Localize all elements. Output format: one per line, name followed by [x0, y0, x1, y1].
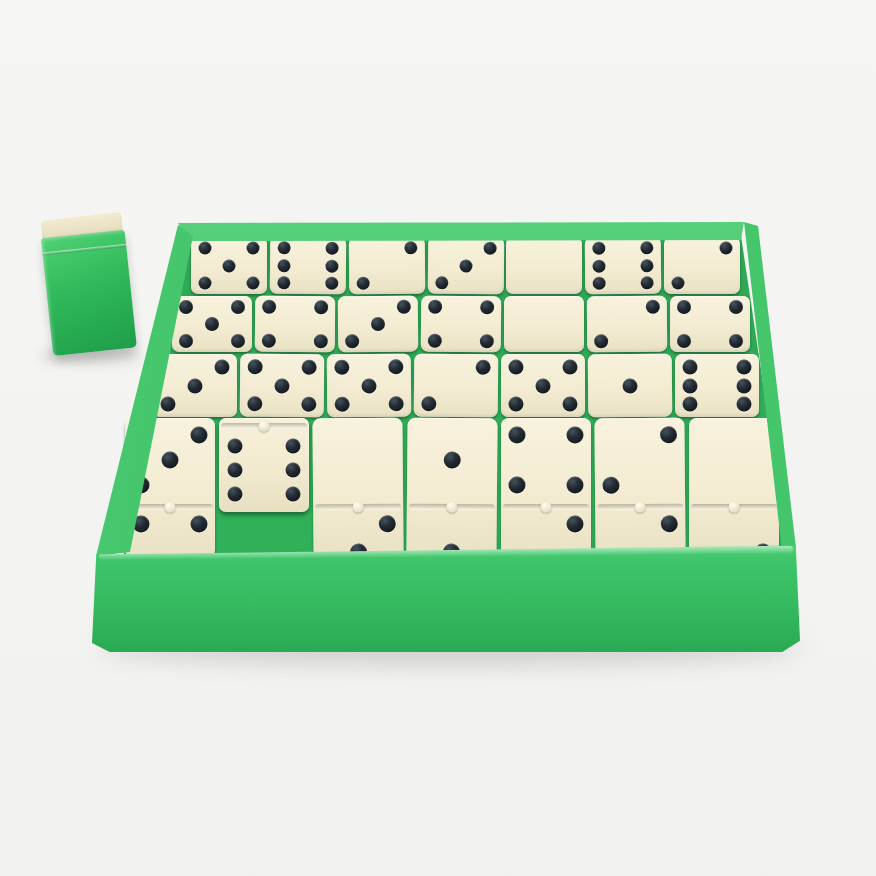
domino-half-face	[338, 296, 418, 353]
pip	[274, 378, 289, 393]
pip	[371, 317, 385, 331]
domino-half-face	[255, 296, 335, 353]
pip	[277, 259, 290, 272]
pip	[475, 359, 490, 374]
domino-top-half	[407, 418, 498, 503]
domino-half-face	[670, 296, 750, 352]
pip	[262, 334, 276, 348]
pip	[683, 359, 698, 374]
pip	[379, 515, 396, 532]
domino-tile[interactable]	[255, 296, 335, 353]
domino-tile[interactable]	[421, 296, 501, 353]
domino-tile[interactable]	[588, 354, 673, 418]
pip	[641, 276, 654, 289]
domino-half-face	[664, 237, 740, 294]
domino-half-face	[506, 237, 582, 294]
domino-tile[interactable]	[406, 418, 497, 559]
pip	[248, 359, 263, 374]
pip	[683, 378, 698, 393]
domino-tile[interactable]	[414, 354, 499, 418]
pip	[428, 334, 442, 348]
domino-tile[interactable]	[504, 296, 584, 352]
domino-half-face	[421, 296, 501, 353]
domino-tile[interactable]	[427, 237, 503, 295]
pip	[509, 359, 524, 374]
pip	[566, 426, 583, 443]
pip	[388, 397, 403, 412]
domino-top-half	[312, 418, 403, 503]
domino-tile[interactable]	[348, 237, 424, 295]
pip	[179, 300, 193, 314]
pip	[479, 334, 493, 348]
pip	[641, 242, 654, 255]
pip	[285, 487, 300, 502]
pip	[509, 397, 524, 412]
domino-box	[0, 0, 876, 876]
domino-tile[interactable]	[501, 418, 591, 558]
pip	[228, 463, 243, 478]
pip	[179, 334, 193, 348]
pip	[335, 397, 350, 412]
pip	[603, 477, 620, 494]
pip	[671, 276, 684, 289]
pip	[214, 359, 229, 374]
domino-half-face	[172, 296, 252, 352]
pip	[720, 242, 733, 255]
domino-top-half	[501, 418, 591, 502]
pip	[480, 300, 494, 314]
domino-half-face	[588, 354, 673, 418]
pip	[677, 334, 691, 348]
pip	[314, 300, 328, 314]
pip	[262, 300, 276, 314]
domino-half-face	[675, 354, 759, 417]
pip	[228, 439, 243, 454]
pip	[509, 477, 526, 494]
pip	[435, 276, 448, 289]
domino-half-face	[327, 354, 412, 418]
pip	[660, 426, 677, 443]
domino-half-face	[219, 430, 309, 510]
pip	[228, 487, 243, 502]
pip	[421, 397, 436, 412]
domino-half-face	[240, 354, 325, 418]
pip	[736, 378, 751, 393]
domino-tile[interactable]	[240, 354, 325, 418]
pip	[444, 451, 461, 468]
pip	[326, 242, 339, 255]
domino-tile[interactable]	[585, 237, 661, 295]
pip	[361, 378, 376, 393]
domino-tile[interactable]	[664, 237, 740, 294]
pip	[247, 242, 260, 255]
pip	[247, 276, 260, 289]
pip	[483, 242, 496, 255]
pip	[592, 259, 605, 272]
pip	[326, 259, 339, 272]
domino-tile[interactable]	[338, 296, 418, 353]
pip	[428, 300, 442, 314]
pip	[641, 259, 654, 272]
domino-tile[interactable]	[172, 296, 252, 352]
domino-tile[interactable]	[312, 418, 403, 559]
domino-half-face	[427, 237, 503, 295]
pip	[562, 359, 577, 374]
domino-tile[interactable]	[219, 418, 309, 512]
pip	[190, 516, 207, 533]
domino-tile[interactable]	[675, 354, 759, 417]
domino-tile[interactable]	[506, 237, 582, 294]
pip	[190, 426, 207, 443]
domino-tile[interactable]	[191, 237, 267, 294]
pip	[277, 242, 290, 255]
pip	[593, 276, 606, 289]
pip	[566, 477, 583, 494]
domino-bottom-half-partial	[125, 510, 215, 558]
pip	[509, 426, 526, 443]
domino-tile[interactable]	[689, 418, 779, 558]
pip	[198, 276, 211, 289]
domino-tile[interactable]	[501, 354, 585, 417]
domino-row-second	[172, 296, 750, 352]
pip	[729, 334, 743, 348]
dominoes-photo-scene	[0, 0, 876, 876]
pip	[334, 359, 349, 374]
pip	[459, 259, 472, 272]
pip	[736, 359, 751, 374]
pip	[161, 397, 176, 412]
domino-top-half	[594, 418, 685, 503]
pip	[247, 397, 262, 412]
pip	[396, 300, 410, 314]
domino-half-face	[348, 237, 424, 295]
domino-half-face	[587, 296, 667, 353]
domino-tile[interactable]	[270, 237, 346, 295]
domino-half-face	[414, 354, 499, 418]
domino-tile[interactable]	[670, 296, 750, 352]
pip	[562, 397, 577, 412]
domino-tile[interactable]	[587, 296, 667, 353]
domino-row-front	[125, 418, 779, 558]
pip	[162, 452, 179, 469]
domino-half-face	[501, 354, 585, 417]
pip	[198, 242, 211, 255]
domino-half-face	[270, 237, 346, 295]
domino-tile[interactable]	[327, 354, 412, 418]
pip	[301, 397, 316, 412]
domino-row-third	[153, 354, 759, 417]
pip	[622, 378, 637, 393]
pip	[301, 359, 316, 374]
pip	[566, 516, 583, 533]
domino-top-half	[689, 418, 779, 502]
pip	[205, 317, 219, 331]
pip	[536, 378, 551, 393]
pip	[683, 397, 698, 412]
pip	[345, 334, 359, 348]
domino-half-face	[191, 237, 267, 294]
box-front-wall	[92, 540, 800, 652]
pip	[325, 276, 338, 289]
pip	[188, 378, 203, 393]
pip	[645, 300, 659, 314]
domino-row-back	[191, 237, 740, 294]
domino-half-face	[504, 296, 584, 352]
pip	[285, 439, 300, 454]
pip	[661, 515, 678, 532]
pip	[594, 334, 608, 348]
pip	[285, 463, 300, 478]
pip	[729, 300, 743, 314]
pip	[356, 276, 369, 289]
pip	[313, 334, 327, 348]
domino-half-face	[585, 237, 661, 295]
pip	[231, 334, 245, 348]
pip	[592, 242, 605, 255]
pip	[388, 359, 403, 374]
domino-divider-line	[221, 423, 307, 429]
domino-tile[interactable]	[594, 418, 685, 559]
pip	[404, 242, 417, 255]
pip	[231, 300, 245, 314]
pip	[277, 276, 290, 289]
pip	[736, 397, 751, 412]
pip	[677, 300, 691, 314]
pip	[222, 259, 235, 272]
